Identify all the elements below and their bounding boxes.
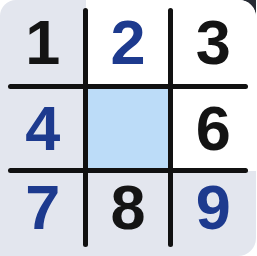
sudoku-cell-r2c3[interactable]: 6 [171, 86, 257, 171]
sudoku-board: 1 2 3 4 6 7 8 9 [0, 0, 256, 256]
sudoku-cell-r3c1[interactable]: 7 [0, 171, 86, 256]
grid-line-vertical-2 [168, 8, 173, 247]
sudoku-cell-r2c2-selected[interactable] [86, 86, 171, 171]
grid-line-horizontal-2 [8, 168, 248, 173]
screenshot-stage: 1 2 3 4 6 7 8 9 [0, 0, 256, 256]
sudoku-app-icon: 1 2 3 4 6 7 8 9 [0, 0, 256, 256]
sudoku-cell-r1c1[interactable]: 1 [0, 0, 86, 86]
sudoku-cell-r2c1[interactable]: 4 [0, 86, 86, 171]
sudoku-cell-r3c3[interactable]: 9 [171, 171, 257, 256]
sudoku-cell-r1c3[interactable]: 3 [171, 0, 257, 86]
sudoku-cell-r1c2[interactable]: 2 [86, 0, 171, 86]
grid-line-vertical-1 [83, 8, 88, 247]
sudoku-cell-r3c2[interactable]: 8 [86, 171, 171, 256]
grid-line-horizontal-1 [8, 84, 248, 89]
